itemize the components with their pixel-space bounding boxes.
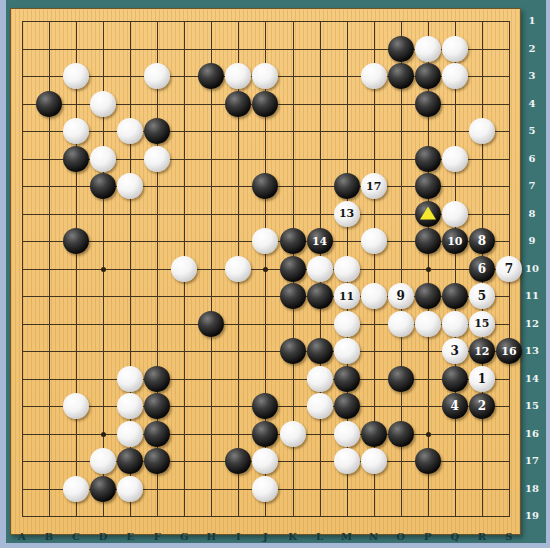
stone-white: [117, 118, 143, 144]
stone-black: [334, 173, 360, 199]
star-point: [101, 267, 106, 272]
stone-black: [63, 228, 89, 254]
row-label: 17: [523, 455, 541, 466]
row-label: 9: [523, 235, 541, 246]
stone-black: 4: [442, 393, 468, 419]
row-label: 14: [523, 373, 541, 384]
stone-black: 16: [496, 338, 522, 364]
star-point: [101, 432, 106, 437]
stone-black: 14: [307, 228, 333, 254]
move-number: 13: [334, 201, 360, 227]
move-number: 12: [469, 338, 495, 364]
stone-white: [117, 366, 143, 392]
stone-white: 13: [334, 201, 360, 227]
stone-black: [388, 421, 414, 447]
move-number: 4: [442, 393, 468, 419]
row-label: 16: [523, 428, 541, 439]
row-label: 1: [523, 15, 541, 26]
column-label: R: [473, 531, 491, 542]
stone-white: [334, 256, 360, 282]
stone-black: [415, 63, 441, 89]
stone-white: [442, 311, 468, 337]
stone-white: 5: [469, 283, 495, 309]
move-number: 6: [469, 256, 495, 282]
stone-white: [334, 421, 360, 447]
column-label: A: [13, 531, 31, 542]
stone-white: [469, 118, 495, 144]
stone-white: [280, 421, 306, 447]
stone-black: [144, 421, 170, 447]
column-label: G: [175, 531, 193, 542]
stone-black: [90, 173, 116, 199]
move-number: 8: [469, 228, 495, 254]
move-number: 11: [334, 283, 360, 309]
stone-white: [415, 36, 441, 62]
row-label: 7: [523, 180, 541, 191]
stone-white: [307, 256, 333, 282]
move-number: 3: [442, 338, 468, 364]
move-number: 9: [388, 283, 414, 309]
stone-black: [280, 283, 306, 309]
stone-black: [415, 228, 441, 254]
column-label: N: [365, 531, 383, 542]
stone-black: [415, 146, 441, 172]
column-label: P: [419, 531, 437, 542]
stone-black: 10: [442, 228, 468, 254]
stone-black: [252, 421, 278, 447]
stone-white: [225, 256, 251, 282]
stone-black: [388, 63, 414, 89]
stone-black: [280, 338, 306, 364]
stone-white: 1: [469, 366, 495, 392]
move-number: 16: [496, 338, 522, 364]
stone-black: [334, 366, 360, 392]
stone-white: [442, 146, 468, 172]
column-label: F: [148, 531, 166, 542]
stone-white: 15: [469, 311, 495, 337]
stone-black: [144, 366, 170, 392]
stone-black: [415, 448, 441, 474]
stone-white: [63, 118, 89, 144]
stone-white: [117, 393, 143, 419]
stone-black: [225, 91, 251, 117]
row-label: 10: [523, 263, 541, 274]
stone-white: [442, 63, 468, 89]
column-label: I: [229, 531, 247, 542]
row-label: 3: [523, 70, 541, 81]
grid-line: [22, 21, 510, 22]
move-number: 10: [442, 228, 468, 254]
move-number: 1: [469, 366, 495, 392]
stone-black: [280, 256, 306, 282]
column-label: J: [256, 531, 274, 542]
stone-black: [90, 476, 116, 502]
stone-white: [307, 393, 333, 419]
row-label: 5: [523, 125, 541, 136]
stone-white: [442, 36, 468, 62]
stone-white: [361, 283, 387, 309]
grid-line: [22, 131, 510, 132]
stone-white: [117, 421, 143, 447]
move-number: 5: [469, 283, 495, 309]
row-label: 13: [523, 345, 541, 356]
stone-black: [388, 366, 414, 392]
column-label: K: [284, 531, 302, 542]
column-label: B: [40, 531, 58, 542]
row-label: 6: [523, 153, 541, 164]
stone-white: [63, 393, 89, 419]
move-number: 2: [469, 393, 495, 419]
column-label: H: [202, 531, 220, 542]
stone-white: [442, 201, 468, 227]
go-client-window: ABCDEFGHIJKLMNOPQRS123456789101112131415…: [0, 0, 550, 548]
stone-white: [90, 448, 116, 474]
column-label: D: [94, 531, 112, 542]
stone-black: 8: [469, 228, 495, 254]
move-number: 14: [307, 228, 333, 254]
stone-black: [415, 91, 441, 117]
stone-white: [361, 228, 387, 254]
stone-black: [307, 283, 333, 309]
stone-white: 9: [388, 283, 414, 309]
stone-white: [307, 366, 333, 392]
row-label: 19: [523, 510, 541, 521]
stone-white: [361, 63, 387, 89]
stone-white: [361, 448, 387, 474]
column-label: O: [392, 531, 410, 542]
stone-white: [90, 146, 116, 172]
row-label: 18: [523, 483, 541, 494]
stone-black: [117, 448, 143, 474]
stone-black: [442, 366, 468, 392]
stone-black: 12: [469, 338, 495, 364]
stone-white: 17: [361, 173, 387, 199]
stone-black: [415, 283, 441, 309]
column-label: Q: [446, 531, 464, 542]
stone-white: 3: [442, 338, 468, 364]
column-label: C: [67, 531, 85, 542]
grid-line: [22, 516, 510, 517]
row-label: 11: [523, 290, 541, 301]
move-number: 17: [361, 173, 387, 199]
row-label: 4: [523, 98, 541, 109]
stone-white: [388, 311, 414, 337]
stone-black: [307, 338, 333, 364]
row-label: 2: [523, 43, 541, 54]
stone-white: [144, 146, 170, 172]
column-label: E: [121, 531, 139, 542]
stone-black: [415, 173, 441, 199]
stone-black: [415, 201, 441, 227]
move-number: 15: [469, 311, 495, 337]
stone-black: [280, 228, 306, 254]
stone-black: [36, 91, 62, 117]
stone-white: [334, 448, 360, 474]
row-label: 8: [523, 208, 541, 219]
stone-white: 7: [496, 256, 522, 282]
stone-white: [90, 91, 116, 117]
stone-white: 11: [334, 283, 360, 309]
star-point: [426, 267, 431, 272]
stone-white: [334, 311, 360, 337]
stone-white: [63, 63, 89, 89]
column-label: L: [311, 531, 329, 542]
column-label: S: [500, 531, 518, 542]
star-point: [426, 432, 431, 437]
move-number: 7: [496, 256, 522, 282]
stone-black: [252, 91, 278, 117]
grid-line: [22, 351, 510, 352]
triangle-marker: [420, 206, 436, 219]
stone-black: [361, 421, 387, 447]
stone-white: [252, 476, 278, 502]
stone-black: [388, 36, 414, 62]
stone-black: [198, 311, 224, 337]
stone-white: [117, 476, 143, 502]
stone-white: [334, 338, 360, 364]
stone-white: [415, 311, 441, 337]
row-label: 15: [523, 400, 541, 411]
stone-black: [63, 146, 89, 172]
stone-black: 2: [469, 393, 495, 419]
stone-white: [171, 256, 197, 282]
stone-white: [63, 476, 89, 502]
stone-black: [334, 393, 360, 419]
stone-black: 6: [469, 256, 495, 282]
grid-line: [22, 379, 510, 380]
row-label: 12: [523, 318, 541, 329]
stone-black: [442, 283, 468, 309]
stone-white: [117, 173, 143, 199]
column-label: M: [338, 531, 356, 542]
